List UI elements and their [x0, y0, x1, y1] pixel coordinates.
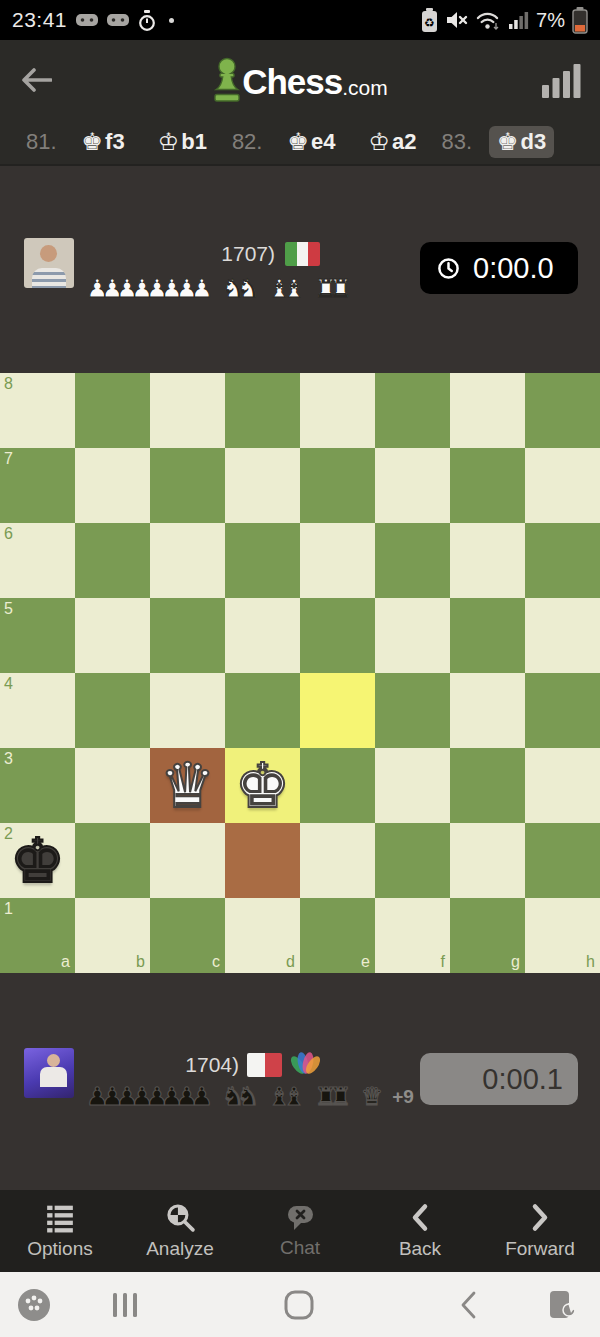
game-tools-icon[interactable]	[548, 1289, 578, 1321]
android-nav-bar	[0, 1272, 600, 1337]
battery-percent: 7%	[536, 9, 565, 32]
square-a8[interactable]: 8	[0, 373, 75, 448]
white-king-figurine-icon: ♚	[497, 130, 519, 154]
move-list: 81.♚f3♔b182.♚e4♔a283.♚d3	[0, 120, 600, 166]
square-d4[interactable]	[225, 673, 300, 748]
square-d2[interactable]	[225, 823, 300, 898]
square-g7[interactable]	[450, 448, 525, 523]
captured-piece-group: ♛	[361, 1084, 383, 1109]
move-f3[interactable]: ♚f3	[74, 126, 133, 158]
battery-saver-icon: ♻	[421, 8, 438, 33]
square-b1[interactable]: b	[75, 898, 150, 973]
square-b5[interactable]	[75, 598, 150, 673]
captured-piece-group: ♝♝	[268, 1084, 305, 1109]
square-e2[interactable]	[300, 823, 375, 898]
square-c5[interactable]	[150, 598, 225, 673]
captured-piece-group: ♟♟♟♟♟♟♟♟	[86, 276, 213, 301]
material-advantage: +9	[392, 1086, 414, 1108]
captured-piece-group: ♝♝	[268, 276, 305, 301]
square-e8[interactable]	[300, 373, 375, 448]
malta-flag-icon	[247, 1053, 282, 1077]
square-h2[interactable]	[525, 823, 600, 898]
move-d3-selected[interactable]: ♚d3	[489, 126, 554, 158]
file-label-e: e	[361, 954, 370, 970]
signal-bars-icon	[509, 10, 529, 30]
move-number: 83.	[441, 129, 472, 155]
captured-piece-group: ♜♜	[314, 276, 351, 301]
square-f7[interactable]	[375, 448, 450, 523]
file-label-d: d	[286, 954, 295, 970]
square-c3[interactable]: ♛	[150, 748, 225, 823]
square-a7[interactable]: 7	[0, 448, 75, 523]
square-h7[interactable]	[525, 448, 600, 523]
list-icon	[45, 1203, 75, 1233]
move-number: 81.	[26, 129, 57, 155]
square-g6[interactable]	[450, 523, 525, 598]
options-label: Options	[27, 1238, 92, 1260]
chesscom-logo: Chess .com	[212, 57, 388, 103]
square-g5[interactable]	[450, 598, 525, 673]
player-bottom-avatar[interactable]	[24, 1048, 74, 1098]
chat-bubble-x-icon	[285, 1203, 316, 1232]
square-c4[interactable]	[150, 673, 225, 748]
square-b3[interactable]	[75, 748, 150, 823]
square-e1[interactable]: e	[300, 898, 375, 973]
square-h1[interactable]: h	[525, 898, 600, 973]
forward-label: Forward	[505, 1238, 575, 1260]
player-top-clock: 0:00.0	[420, 242, 578, 294]
square-c7[interactable]	[150, 448, 225, 523]
square-h3[interactable]	[525, 748, 600, 823]
square-g3[interactable]	[450, 748, 525, 823]
app-header: Chess .com	[0, 40, 600, 120]
square-d3[interactable]: ♚	[225, 748, 300, 823]
italy-flag-icon	[285, 242, 320, 266]
battery-icon	[572, 7, 588, 34]
captured-pieces-bottom: ♟♟♟♟♟♟♟♟♞♞♝♝♜♜♛+9	[86, 1084, 414, 1109]
square-h8[interactable]	[525, 373, 600, 448]
rank-label-7: 7	[4, 451, 13, 467]
captured-piece-group: ♞♞	[222, 1084, 259, 1109]
android-back-icon[interactable]	[458, 1290, 478, 1320]
square-f4[interactable]	[375, 673, 450, 748]
analyze-label: Analyze	[146, 1238, 214, 1260]
player-bottom-time: 0:00.1	[482, 1063, 563, 1096]
square-f1[interactable]: f	[375, 898, 450, 973]
square-e3[interactable]	[300, 748, 375, 823]
player-bottom-rating: 1704)	[185, 1053, 239, 1077]
file-label-a: a	[61, 954, 70, 970]
captured-piece-group: ♞♞	[222, 276, 259, 301]
black-king-figurine-icon: ♔	[368, 130, 390, 154]
file-label-c: c	[212, 954, 220, 970]
move-a2[interactable]: ♔a2	[360, 126, 424, 158]
piece-black-king: ♚	[0, 823, 75, 898]
clock-icon	[437, 257, 460, 280]
square-a3[interactable]: 3	[0, 748, 75, 823]
rank-label-3: 3	[4, 751, 13, 767]
stopwatch-icon	[138, 10, 156, 31]
bottom-nav: Options Analyze Chat Back Forward	[0, 1190, 600, 1272]
square-h5[interactable]	[525, 598, 600, 673]
move-back-button[interactable]: Back	[360, 1190, 480, 1272]
avatar-photo	[40, 245, 57, 262]
square-a2[interactable]: 2♚	[0, 823, 75, 898]
analyze-magnifier-icon	[165, 1202, 196, 1233]
file-label-g: g	[511, 954, 520, 970]
multicolor-wings-badge-icon	[290, 1052, 320, 1078]
chat-button[interactable]: Chat	[240, 1190, 360, 1272]
back-label: Back	[399, 1238, 441, 1260]
home-icon[interactable]	[283, 1289, 315, 1321]
square-b2[interactable]	[75, 823, 150, 898]
square-c1[interactable]: c	[150, 898, 225, 973]
back-arrow-icon[interactable]	[20, 66, 52, 94]
square-g1[interactable]: g	[450, 898, 525, 973]
chevron-left-icon	[407, 1202, 433, 1233]
square-b6[interactable]	[75, 523, 150, 598]
file-label-h: h	[586, 954, 595, 970]
wifi-icon	[475, 10, 502, 31]
square-g4[interactable]	[450, 673, 525, 748]
file-label-b: b	[136, 954, 145, 970]
svg-text:♻: ♻	[424, 15, 435, 29]
square-f8[interactable]	[375, 373, 450, 448]
rank-label-8: 8	[4, 376, 13, 392]
avatar-card	[47, 1054, 60, 1067]
square-g8[interactable]	[450, 373, 525, 448]
move-e4[interactable]: ♚e4	[279, 126, 343, 158]
square-c2[interactable]	[150, 823, 225, 898]
player-top-rating: 1707)	[221, 242, 275, 266]
move-forward-button[interactable]: Forward	[480, 1190, 600, 1272]
pawn-logo-icon	[212, 57, 242, 103]
chess-board: 876543♛♚2♚1abcdefgh	[0, 373, 600, 973]
square-e6[interactable]	[300, 523, 375, 598]
square-d8[interactable]	[225, 373, 300, 448]
square-b8[interactable]	[75, 373, 150, 448]
rank-label-5: 5	[4, 601, 13, 617]
game-booster-icon[interactable]	[16, 1287, 52, 1323]
square-f5[interactable]	[375, 598, 450, 673]
piece-white-king: ♚	[225, 748, 300, 823]
square-e5[interactable]	[300, 598, 375, 673]
square-a5[interactable]: 5	[0, 598, 75, 673]
square-d1[interactable]: d	[225, 898, 300, 973]
move-number: 82.	[232, 129, 263, 155]
square-f2[interactable]	[375, 823, 450, 898]
player-top-time: 0:00.0	[473, 252, 554, 285]
options-button[interactable]: Options	[0, 1190, 120, 1272]
square-f3[interactable]	[375, 748, 450, 823]
analyze-button[interactable]: Analyze	[120, 1190, 240, 1272]
piece-white-queen: ♛	[150, 748, 225, 823]
captured-piece-group: ♜♜	[314, 1084, 351, 1109]
recents-icon[interactable]	[113, 1292, 137, 1318]
status-time: 23:41	[12, 8, 67, 32]
square-f6[interactable]	[375, 523, 450, 598]
rank-label-4: 4	[4, 676, 13, 692]
stats-bars-icon[interactable]	[542, 64, 582, 98]
logo-text-chess: Chess	[242, 64, 342, 103]
square-e7[interactable]	[300, 448, 375, 523]
square-a4[interactable]: 4	[0, 673, 75, 748]
player-top: 1707) ♟♟♟♟♟♟♟♟♞♞♝♝♜♜ 0:00.0	[0, 226, 600, 320]
mute-icon	[445, 9, 468, 31]
square-g2[interactable]	[450, 823, 525, 898]
file-label-f: f	[441, 954, 445, 970]
rank-label-6: 6	[4, 526, 13, 542]
white-king-figurine-icon: ♚	[287, 130, 309, 154]
notification-dot-icon	[169, 18, 174, 23]
black-king-figurine-icon: ♔	[158, 130, 180, 154]
status-bar: 23:41 ♻ 7%	[0, 0, 600, 40]
square-b7[interactable]	[75, 448, 150, 523]
square-d5[interactable]	[225, 598, 300, 673]
square-e4[interactable]	[300, 673, 375, 748]
captured-pieces-top: ♟♟♟♟♟♟♟♟♞♞♝♝♜♜	[86, 276, 361, 301]
rank-label-1: 1	[4, 901, 13, 917]
square-c6[interactable]	[150, 523, 225, 598]
square-d6[interactable]	[225, 523, 300, 598]
move-b1[interactable]: ♔b1	[150, 126, 215, 158]
game-controller-icon	[107, 12, 129, 28]
player-bottom: 1704) ♟♟♟♟♟♟♟♟♞♞♝♝♜♜♛+9 0:00.1	[0, 1040, 600, 1112]
logo-text-com: .com	[342, 77, 388, 103]
white-king-figurine-icon: ♚	[82, 130, 104, 154]
square-h4[interactable]	[525, 673, 600, 748]
square-h6[interactable]	[525, 523, 600, 598]
chat-label: Chat	[280, 1237, 320, 1259]
captured-piece-group: ♟♟♟♟♟♟♟♟	[86, 1084, 213, 1109]
square-a1[interactable]: 1a	[0, 898, 75, 973]
square-b4[interactable]	[75, 673, 150, 748]
square-a6[interactable]: 6	[0, 523, 75, 598]
chevron-right-icon	[527, 1202, 553, 1233]
square-c8[interactable]	[150, 373, 225, 448]
square-d7[interactable]	[225, 448, 300, 523]
player-bottom-clock: 0:00.1	[420, 1053, 578, 1105]
game-controller-icon	[76, 12, 98, 28]
phone-screen: 23:41 ♻ 7% Chess .com 81.♚f3♔b182.♚e4♔a2…	[0, 0, 600, 1337]
player-top-avatar[interactable]	[24, 238, 74, 288]
